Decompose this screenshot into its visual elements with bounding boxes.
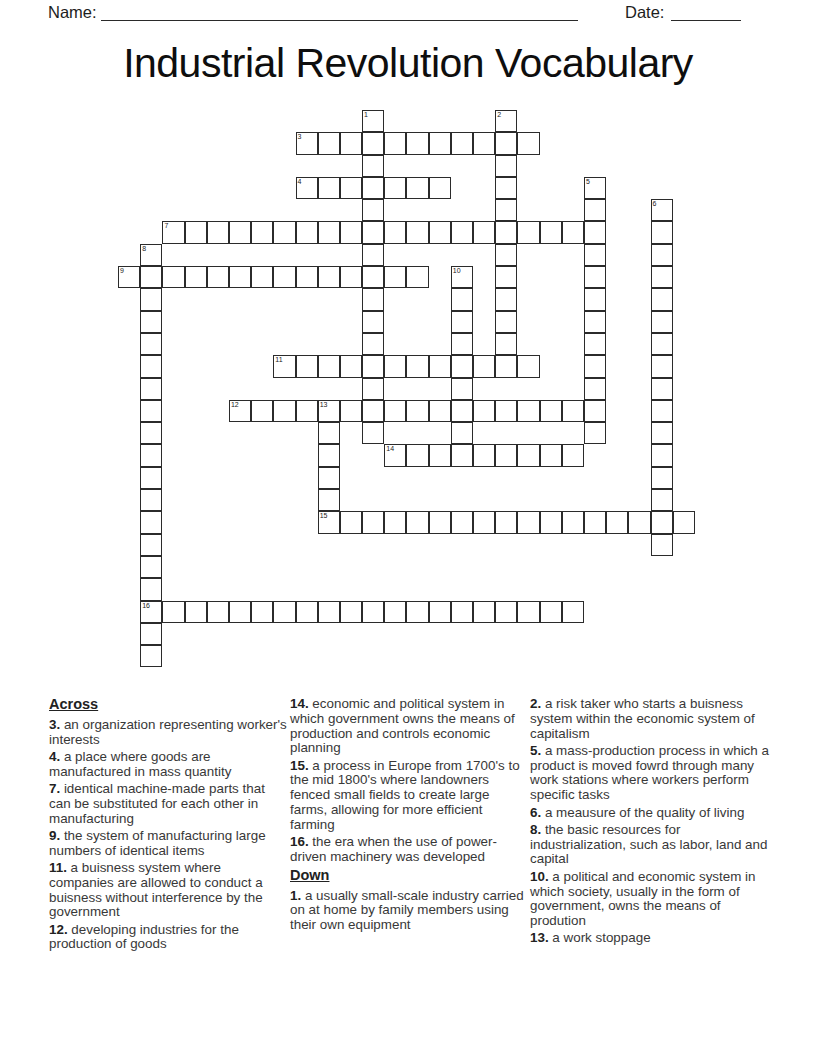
cell-r8-c15[interactable] (451, 288, 473, 310)
cell-r13-c6[interactable] (251, 400, 273, 422)
cell-r18-c22[interactable] (606, 511, 628, 533)
cell-r15-c13[interactable] (406, 444, 428, 466)
clue-num-d2: 2. (530, 696, 541, 711)
clue-num-d5: 5. (530, 743, 541, 758)
cell-r7-c24[interactable] (651, 266, 673, 288)
clue-num-a9: 9. (49, 828, 60, 843)
cell-r11-c16[interactable] (473, 355, 495, 377)
cell-r1-c17[interactable] (495, 132, 517, 154)
cell-r1-c18[interactable] (517, 132, 539, 154)
cell-r22-c15[interactable] (451, 601, 473, 623)
cell-r11-c1[interactable] (140, 355, 162, 377)
cell-r17-c9[interactable] (318, 489, 340, 511)
cell-r13-c20[interactable] (562, 400, 584, 422)
cell-r3-c11[interactable] (362, 177, 384, 199)
cell-r22-c9[interactable] (318, 601, 340, 623)
cell-r14-c15[interactable] (451, 422, 473, 444)
cell-r1-c8[interactable]: 3 (296, 132, 318, 154)
clue-number-5: 5 (586, 178, 590, 186)
clue-number-12: 12 (231, 401, 239, 409)
cell-r7-c21[interactable] (584, 266, 606, 288)
cell-r6-c24[interactable] (651, 244, 673, 266)
cell-r18-c17[interactable] (495, 511, 517, 533)
cell-r7-c15[interactable]: 10 (451, 266, 473, 288)
cell-r11-c11[interactable] (362, 355, 384, 377)
cell-r13-c17[interactable] (495, 400, 517, 422)
cell-r18-c19[interactable] (540, 511, 562, 533)
cell-r20-c1[interactable] (140, 556, 162, 578)
cell-r15-c17[interactable] (495, 444, 517, 466)
cell-r11-c12[interactable] (384, 355, 406, 377)
cell-r17-c24[interactable] (651, 489, 673, 511)
cell-r5-c16[interactable] (473, 221, 495, 243)
cell-r4-c24[interactable]: 6 (651, 199, 673, 221)
date-label: Date: (625, 3, 664, 22)
cell-r9-c11[interactable] (362, 311, 384, 333)
cell-r8-c11[interactable] (362, 288, 384, 310)
clue-number-7: 7 (164, 222, 168, 230)
cell-r22-c14[interactable] (429, 601, 451, 623)
clue-a9: 9. the system of manufacturing large num… (49, 829, 287, 859)
cell-r13-c1[interactable] (140, 400, 162, 422)
clue-num-a3: 3. (49, 717, 60, 732)
cell-r18-c12[interactable] (384, 511, 406, 533)
cell-r2-c11[interactable] (362, 155, 384, 177)
clue-num-d10: 10. (530, 869, 549, 884)
clue-number-4: 4 (298, 178, 302, 186)
cell-r18-c14[interactable] (429, 511, 451, 533)
cell-r11-c18[interactable] (517, 355, 539, 377)
cell-r18-c16[interactable] (473, 511, 495, 533)
cell-r22-c20[interactable] (562, 601, 584, 623)
clue-number-13: 13 (320, 401, 328, 409)
cell-r12-c1[interactable] (140, 378, 162, 400)
cell-r15-c20[interactable] (562, 444, 584, 466)
clue-d2: 2. a risk taker who starts a buisness sy… (530, 697, 773, 741)
cell-r3-c21[interactable]: 5 (584, 177, 606, 199)
cell-r10-c1[interactable] (140, 333, 162, 355)
cell-r11-c8[interactable] (296, 355, 318, 377)
cell-r5-c14[interactable] (429, 221, 451, 243)
cell-r5-c20[interactable] (562, 221, 584, 243)
cell-r8-c1[interactable] (140, 288, 162, 310)
cell-r22-c7[interactable] (273, 601, 295, 623)
cell-r12-c21[interactable] (584, 378, 606, 400)
cell-r13-c12[interactable] (384, 400, 406, 422)
cell-r14-c21[interactable] (584, 422, 606, 444)
cell-r5-c19[interactable] (540, 221, 562, 243)
cell-r22-c4[interactable] (207, 601, 229, 623)
cell-r7-c7[interactable] (273, 266, 295, 288)
cell-r7-c6[interactable] (251, 266, 273, 288)
cell-r7-c12[interactable] (384, 266, 406, 288)
cell-r3-c8[interactable]: 4 (296, 177, 318, 199)
cell-r11-c9[interactable] (318, 355, 340, 377)
cell-r9-c1[interactable] (140, 311, 162, 333)
clue-d5: 5. a mass-production process in which a … (530, 744, 773, 803)
cell-r21-c1[interactable] (140, 578, 162, 600)
cell-r13-c19[interactable] (540, 400, 562, 422)
name-blank-line[interactable] (101, 2, 578, 21)
cell-r6-c21[interactable] (584, 244, 606, 266)
cell-r15-c14[interactable] (429, 444, 451, 466)
cell-r18-c21[interactable] (584, 511, 606, 533)
clue-a7: 7. identical machine-made parts that can… (49, 782, 287, 826)
cell-r22-c2[interactable] (162, 601, 184, 623)
clue-number-14: 14 (386, 445, 394, 453)
clue-num-a15: 15. (290, 758, 309, 773)
cell-r10-c15[interactable] (451, 333, 473, 355)
cell-r22-c18[interactable] (517, 601, 539, 623)
cell-r16-c9[interactable] (318, 467, 340, 489)
cell-r22-c16[interactable] (473, 601, 495, 623)
cell-r5-c15[interactable] (451, 221, 473, 243)
cell-r9-c15[interactable] (451, 311, 473, 333)
clue-num-d1: 1. (290, 888, 301, 903)
clue-a14: 14. economic and political system in whi… (290, 697, 527, 756)
clue-a12: 12. developing industries for the produc… (49, 923, 287, 953)
clue-num-d8: 8. (530, 822, 541, 837)
clue-number-9: 9 (120, 267, 124, 275)
clue-number-3: 3 (298, 133, 302, 141)
cell-r13-c24[interactable] (651, 400, 673, 422)
cell-r12-c24[interactable] (651, 378, 673, 400)
cell-r18-c1[interactable] (140, 511, 162, 533)
cell-r13-c13[interactable] (406, 400, 428, 422)
cell-r1-c11[interactable] (362, 132, 384, 154)
clue-number-10: 10 (453, 267, 461, 275)
clue-num-a11: 11. (49, 860, 67, 875)
cell-r13-c15[interactable] (451, 400, 473, 422)
clue-d13: 13. a work stoppage (530, 931, 773, 946)
cell-r16-c1[interactable] (140, 467, 162, 489)
cell-r5-c4[interactable] (207, 221, 229, 243)
cell-r12-c15[interactable] (451, 378, 473, 400)
clue-num-a7: 7. (49, 781, 60, 796)
cell-r22-c13[interactable] (406, 601, 428, 623)
cell-r22-c11[interactable] (362, 601, 384, 623)
cell-r1-c9[interactable] (318, 132, 340, 154)
cell-r7-c17[interactable] (495, 266, 517, 288)
clue-num-a16: 16. (290, 834, 309, 849)
cell-r7-c13[interactable] (406, 266, 428, 288)
cell-r16-c24[interactable] (651, 467, 673, 489)
cell-r22-c1[interactable]: 16 (140, 601, 162, 623)
cell-r8-c24[interactable] (651, 288, 673, 310)
cell-r3-c9[interactable] (318, 177, 340, 199)
cell-r7-c2[interactable] (162, 266, 184, 288)
cell-r5-c5[interactable] (229, 221, 251, 243)
clue-d8: 8. the basic resources for industrializa… (530, 823, 773, 867)
cell-r9-c17[interactable] (495, 311, 517, 333)
cell-r18-c24[interactable] (651, 511, 673, 533)
cell-r0-c11[interactable]: 1 (362, 110, 384, 132)
cell-r18-c10[interactable] (340, 511, 362, 533)
cell-r22-c12[interactable] (384, 601, 406, 623)
cell-r5-c17[interactable] (495, 221, 517, 243)
cell-r3-c14[interactable] (429, 177, 451, 199)
cell-r6-c11[interactable] (362, 244, 384, 266)
cell-r22-c6[interactable] (251, 601, 273, 623)
cell-r18-c23[interactable] (628, 511, 650, 533)
down-heading: Down (290, 868, 527, 883)
cell-r22-c17[interactable] (495, 601, 517, 623)
clue-a4: 4. a place where goods are manufactured … (49, 750, 287, 780)
cell-r18-c13[interactable] (406, 511, 428, 533)
cell-r17-c1[interactable] (140, 489, 162, 511)
cell-r13-c21[interactable] (584, 400, 606, 422)
cell-r8-c17[interactable] (495, 288, 517, 310)
cell-r22-c3[interactable] (185, 601, 207, 623)
cell-r11-c21[interactable] (584, 355, 606, 377)
cell-r13-c11[interactable] (362, 400, 384, 422)
clue-num-a4: 4. (49, 749, 60, 764)
cell-r14-c9[interactable] (318, 422, 340, 444)
clue-d6: 6. a meausure of the quality of living (530, 806, 773, 821)
cell-r4-c17[interactable] (495, 199, 517, 221)
cell-r8-c21[interactable] (584, 288, 606, 310)
cell-r7-c10[interactable] (340, 266, 362, 288)
cell-r18-c11[interactable] (362, 511, 384, 533)
cell-r2-c17[interactable] (495, 155, 517, 177)
cell-r13-c18[interactable] (517, 400, 539, 422)
clue-number-16: 16 (142, 602, 150, 610)
cell-r5-c21[interactable] (584, 221, 606, 243)
clue-num-d13: 13. (530, 930, 549, 945)
cell-r22-c8[interactable] (296, 601, 318, 623)
cell-r5-c18[interactable] (517, 221, 539, 243)
cell-r14-c11[interactable] (362, 422, 384, 444)
cell-r4-c11[interactable] (362, 199, 384, 221)
page-title: Industrial Revolution Vocabulary (0, 40, 816, 87)
clue-num-d6: 6. (530, 805, 541, 820)
cell-r5-c13[interactable] (406, 221, 428, 243)
cell-r5-c8[interactable] (296, 221, 318, 243)
cell-r0-c17[interactable]: 2 (495, 110, 517, 132)
cell-r11-c17[interactable] (495, 355, 517, 377)
cell-r18-c25[interactable] (673, 511, 695, 533)
cell-r15-c24[interactable] (651, 444, 673, 466)
cell-r13-c10[interactable] (340, 400, 362, 422)
clue-number-8: 8 (142, 245, 146, 253)
cell-r22-c5[interactable] (229, 601, 251, 623)
cell-r1-c15[interactable] (451, 132, 473, 154)
cell-r7-c5[interactable] (229, 266, 251, 288)
clue-number-11: 11 (275, 356, 282, 364)
cell-r19-c1[interactable] (140, 534, 162, 556)
clue-number-1: 1 (364, 111, 368, 119)
cell-r18-c18[interactable] (517, 511, 539, 533)
cell-r19-c24[interactable] (651, 534, 673, 556)
cell-r13-c9[interactable]: 13 (318, 400, 340, 422)
cell-r11-c7[interactable]: 11 (273, 355, 295, 377)
cell-r7-c9[interactable] (318, 266, 340, 288)
cell-r7-c8[interactable] (296, 266, 318, 288)
cell-r3-c12[interactable] (384, 177, 406, 199)
clue-number-6: 6 (653, 200, 657, 208)
cell-r7-c1[interactable] (140, 266, 162, 288)
cell-r22-c19[interactable] (540, 601, 562, 623)
cell-r12-c11[interactable] (362, 378, 384, 400)
cell-r11-c15[interactable] (451, 355, 473, 377)
cell-r5-c7[interactable] (273, 221, 295, 243)
cell-r15-c1[interactable] (140, 444, 162, 466)
cell-r9-c24[interactable] (651, 311, 673, 333)
cell-r11-c14[interactable] (429, 355, 451, 377)
cell-r10-c17[interactable] (495, 333, 517, 355)
cell-r5-c6[interactable] (251, 221, 273, 243)
cell-r15-c12[interactable]: 14 (384, 444, 406, 466)
clue-number-2: 2 (497, 111, 501, 119)
cell-r7-c0[interactable]: 9 (118, 266, 140, 288)
cell-r15-c19[interactable] (540, 444, 562, 466)
clue-column-3: 2. a risk taker who starts a buisness sy… (530, 697, 773, 949)
clue-num-a12: 12. (49, 922, 68, 937)
clue-d1: 1. a usually small-scale industry carrie… (290, 889, 527, 933)
cell-r7-c4[interactable] (207, 266, 229, 288)
cell-r3-c17[interactable] (495, 177, 517, 199)
cell-r5-c10[interactable] (340, 221, 362, 243)
clue-a15: 15. a process in Europe from 1700's to t… (290, 759, 527, 833)
name-label: Name: (48, 3, 97, 22)
cell-r10-c24[interactable] (651, 333, 673, 355)
cell-r23-c1[interactable] (140, 623, 162, 645)
cell-r9-c21[interactable] (584, 311, 606, 333)
across-heading: Across (49, 697, 287, 712)
cell-r5-c9[interactable] (318, 221, 340, 243)
cell-r15-c15[interactable] (451, 444, 473, 466)
clue-d10: 10. a political and economic system in w… (530, 870, 773, 929)
cell-r6-c1[interactable]: 8 (140, 244, 162, 266)
cell-r1-c13[interactable] (406, 132, 428, 154)
cell-r1-c12[interactable] (384, 132, 406, 154)
cell-r15-c16[interactable] (473, 444, 495, 466)
cell-r11-c10[interactable] (340, 355, 362, 377)
clue-num-a14: 14. (290, 696, 309, 711)
clue-number-15: 15 (320, 512, 328, 520)
clue-a11: 11. a buisness system where companies ar… (49, 861, 287, 920)
cell-r10-c21[interactable] (584, 333, 606, 355)
cell-r18-c20[interactable] (562, 511, 584, 533)
clue-a16: 16. the era when the use of power-driven… (290, 835, 527, 865)
cell-r13-c16[interactable] (473, 400, 495, 422)
cell-r1-c10[interactable] (340, 132, 362, 154)
cell-r22-c10[interactable] (340, 601, 362, 623)
cell-r13-c5[interactable]: 12 (229, 400, 251, 422)
cell-r3-c10[interactable] (340, 177, 362, 199)
cell-r14-c1[interactable] (140, 422, 162, 444)
cell-r24-c1[interactable] (140, 645, 162, 667)
cell-r10-c11[interactable] (362, 333, 384, 355)
cell-r5-c11[interactable] (362, 221, 384, 243)
cell-r5-c2[interactable]: 7 (162, 221, 184, 243)
worksheet-page: Name: Date: Industrial Revolution Vocabu… (0, 0, 816, 1056)
cell-r11-c24[interactable] (651, 355, 673, 377)
clue-column-2: 14. economic and political system in whi… (290, 697, 527, 935)
cell-r11-c13[interactable] (406, 355, 428, 377)
cell-r7-c3[interactable] (185, 266, 207, 288)
cell-r13-c8[interactable] (296, 400, 318, 422)
cell-r7-c11[interactable] (362, 266, 384, 288)
cell-r18-c9[interactable]: 15 (318, 511, 340, 533)
cell-r6-c17[interactable] (495, 244, 517, 266)
crossword-grid: 12345678910111213141516 (118, 110, 695, 667)
cell-r14-c24[interactable] (651, 422, 673, 444)
cell-r5-c12[interactable] (384, 221, 406, 243)
cell-r15-c9[interactable] (318, 444, 340, 466)
cell-r1-c14[interactable] (429, 132, 451, 154)
cell-r15-c18[interactable] (517, 444, 539, 466)
cell-r5-c3[interactable] (185, 221, 207, 243)
clue-column-1: Across3. an organization representing wo… (49, 697, 287, 955)
cell-r18-c15[interactable] (451, 511, 473, 533)
cell-r3-c13[interactable] (406, 177, 428, 199)
cell-r5-c24[interactable] (651, 221, 673, 243)
cell-r13-c14[interactable] (429, 400, 451, 422)
cell-r1-c16[interactable] (473, 132, 495, 154)
date-blank-line[interactable] (671, 2, 741, 21)
cell-r4-c21[interactable] (584, 199, 606, 221)
cell-r13-c7[interactable] (273, 400, 295, 422)
clue-a3: 3. an organization representing worker's… (49, 718, 287, 748)
